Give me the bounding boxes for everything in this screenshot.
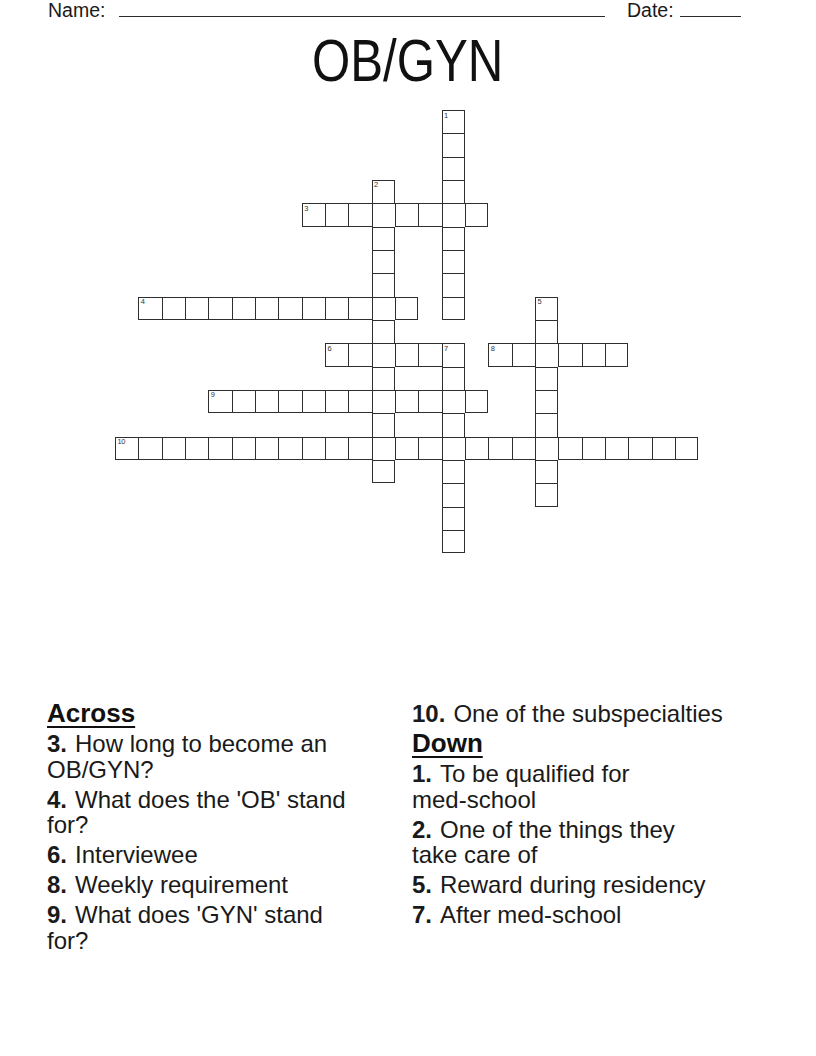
cell-r14c21[interactable] <box>605 437 628 460</box>
cell-r12c10[interactable] <box>348 390 371 413</box>
cell-r8c7[interactable] <box>278 297 301 320</box>
clue-number: 9. <box>47 901 67 928</box>
clue-text: To be qualified for med-school <box>412 760 629 813</box>
cell-r10c20[interactable] <box>582 343 605 366</box>
cell-r7c11[interactable] <box>372 273 395 296</box>
cell-r16c18[interactable] <box>535 483 558 506</box>
clues-left-column: Across 3.How long to become an OB/GYN?4.… <box>47 701 379 958</box>
cell-r8c11[interactable] <box>372 297 395 320</box>
cell-number: 1 <box>444 112 448 120</box>
cell-r4c12[interactable] <box>395 203 418 226</box>
cell-r14c22[interactable] <box>628 437 651 460</box>
cell-r13c14[interactable] <box>442 413 465 436</box>
title-wrap: OB/GYN <box>0 29 816 93</box>
cell-r12c14[interactable] <box>442 390 465 413</box>
cell-r6c11[interactable] <box>372 250 395 273</box>
cell-r3c14[interactable] <box>442 180 465 203</box>
cell-r16c14[interactable] <box>442 483 465 506</box>
cell-r5c11[interactable] <box>372 227 395 250</box>
cell-r8c4[interactable] <box>208 297 231 320</box>
cell-r8c1[interactable]: 4 <box>138 297 161 320</box>
clue-across-4: 4.What does the 'OB' stand for? <box>47 787 379 838</box>
clue-text: What does the 'OB' stand for? <box>47 786 346 839</box>
cell-r8c14[interactable] <box>442 297 465 320</box>
cell-r5c14[interactable] <box>442 227 465 250</box>
cell-r14c19[interactable] <box>558 437 581 460</box>
clue-down-2: 2.One of the things they take care of <box>412 817 776 868</box>
cell-r10c11[interactable] <box>372 343 395 366</box>
cell-r14c20[interactable] <box>582 437 605 460</box>
cell-r9c11[interactable] <box>372 320 395 343</box>
cell-r10c14[interactable]: 7 <box>442 343 465 366</box>
cell-r13c11[interactable] <box>372 413 395 436</box>
cell-r10c12[interactable] <box>395 343 418 366</box>
cell-r10c13[interactable] <box>418 343 441 366</box>
cell-r14c3[interactable] <box>185 437 208 460</box>
crossword-grid: 12345678910 <box>115 110 698 553</box>
cell-r15c14[interactable] <box>442 460 465 483</box>
cell-r12c6[interactable] <box>255 390 278 413</box>
cell-r8c2[interactable] <box>162 297 185 320</box>
cell-number: 2 <box>374 181 378 189</box>
cell-number: 8 <box>491 345 495 353</box>
name-label: Name: <box>48 1 105 20</box>
clue-across-9: 9.What does 'GYN' stand for? <box>47 902 379 953</box>
cell-r12c9[interactable] <box>325 390 348 413</box>
cell-number: 5 <box>537 298 541 306</box>
clue-across-10: 10.One of the subspecialties <box>412 701 776 727</box>
cell-r4c11[interactable] <box>372 203 395 226</box>
across-clue-overflow: 10.One of the subspecialties <box>412 701 776 727</box>
cell-r9c18[interactable] <box>535 320 558 343</box>
cell-r12c18[interactable] <box>535 390 558 413</box>
cell-r14c8[interactable] <box>302 437 325 460</box>
cell-r2c14[interactable] <box>442 157 465 180</box>
cell-r14c5[interactable] <box>232 437 255 460</box>
cell-r8c18[interactable]: 5 <box>535 297 558 320</box>
cell-r14c9[interactable] <box>325 437 348 460</box>
cell-r14c15[interactable] <box>465 437 488 460</box>
clue-down-5: 5.Reward during residency <box>412 872 776 898</box>
clue-number: 8. <box>47 871 67 898</box>
cell-r4c14[interactable] <box>442 203 465 226</box>
cell-r10c21[interactable] <box>605 343 628 366</box>
cell-r14c24[interactable] <box>675 437 698 460</box>
cell-r12c5[interactable] <box>232 390 255 413</box>
clue-down-7: 7.After med-school <box>412 902 776 928</box>
cell-r12c15[interactable] <box>465 390 488 413</box>
down-heading: Down <box>412 731 776 757</box>
cell-r1c14[interactable] <box>442 133 465 156</box>
cell-r8c9[interactable] <box>325 297 348 320</box>
clue-text: How long to become an OB/GYN? <box>47 730 327 783</box>
cell-r6c14[interactable] <box>442 250 465 273</box>
cell-r8c5[interactable] <box>232 297 255 320</box>
clue-number: 4. <box>47 786 67 813</box>
cell-r8c10[interactable] <box>348 297 371 320</box>
date-blank-line[interactable] <box>680 16 741 18</box>
cell-r12c12[interactable] <box>395 390 418 413</box>
cell-r10c19[interactable] <box>558 343 581 366</box>
clue-text: Interviewee <box>75 841 198 868</box>
cell-r0c14[interactable]: 1 <box>442 110 465 133</box>
cell-r14c14[interactable] <box>442 437 465 460</box>
cell-r14c11[interactable] <box>372 437 395 460</box>
cell-r8c6[interactable] <box>255 297 278 320</box>
cell-r11c11[interactable] <box>372 367 395 390</box>
cell-r8c12[interactable] <box>395 297 418 320</box>
clue-text: Reward during residency <box>440 871 705 898</box>
page-title: OB/GYN <box>312 29 503 93</box>
clue-text: Weekly requirement <box>75 871 288 898</box>
cell-r10c10[interactable] <box>348 343 371 366</box>
clue-number: 7. <box>412 901 432 928</box>
cell-r18c14[interactable] <box>442 530 465 553</box>
clue-text: What does 'GYN' stand for? <box>47 901 323 954</box>
cell-r14c1[interactable] <box>138 437 161 460</box>
cell-number: 9 <box>211 391 215 399</box>
clue-text: One of the things they take care of <box>412 816 675 869</box>
cell-r10c18[interactable] <box>535 343 558 366</box>
cell-r12c7[interactable] <box>278 390 301 413</box>
down-clue-list: 1.To be qualified for med-school2.One of… <box>412 761 776 928</box>
cell-r4c8[interactable]: 3 <box>302 203 325 226</box>
cell-r14c13[interactable] <box>418 437 441 460</box>
cell-r4c13[interactable] <box>418 203 441 226</box>
clue-text: One of the subspecialties <box>453 700 723 727</box>
cell-r11c18[interactable] <box>535 367 558 390</box>
name-blank-line[interactable] <box>119 16 605 18</box>
cell-r14c0[interactable]: 10 <box>115 437 138 460</box>
cell-r12c8[interactable] <box>302 390 325 413</box>
clue-across-6: 6.Interviewee <box>47 842 379 868</box>
cell-number: 7 <box>444 345 448 353</box>
cell-r15c11[interactable] <box>372 460 395 483</box>
cell-r8c3[interactable] <box>185 297 208 320</box>
cell-r4c10[interactable] <box>348 203 371 226</box>
cell-r4c9[interactable] <box>325 203 348 226</box>
clue-across-8: 8.Weekly requirement <box>47 872 379 898</box>
cell-r14c16[interactable] <box>488 437 511 460</box>
cell-r11c14[interactable] <box>442 367 465 390</box>
cell-r8c8[interactable] <box>302 297 325 320</box>
across-heading: Across <box>47 701 379 727</box>
cell-number: 4 <box>141 298 145 306</box>
across-clue-list: 3.How long to become an OB/GYN?4.What do… <box>47 731 379 953</box>
cell-r4c15[interactable] <box>465 203 488 226</box>
clue-number: 1. <box>412 760 432 787</box>
cell-r14c4[interactable] <box>208 437 231 460</box>
cell-r14c10[interactable] <box>348 437 371 460</box>
cell-r12c13[interactable] <box>418 390 441 413</box>
clue-down-1: 1.To be qualified for med-school <box>412 761 776 812</box>
cell-number: 3 <box>304 205 308 213</box>
cell-r10c9[interactable]: 6 <box>325 343 348 366</box>
cell-r14c18[interactable] <box>535 437 558 460</box>
cell-r13c18[interactable] <box>535 413 558 436</box>
cell-r14c17[interactable] <box>512 437 535 460</box>
clue-number: 3. <box>47 730 67 757</box>
cell-r3c11[interactable]: 2 <box>372 180 395 203</box>
cell-number: 10 <box>118 438 126 446</box>
cell-r12c11[interactable] <box>372 390 395 413</box>
cell-r10c17[interactable] <box>512 343 535 366</box>
clue-number: 6. <box>47 841 67 868</box>
worksheet-page: Name: Date: OB/GYN 12345678910 Across 3.… <box>0 0 816 1056</box>
cell-r15c18[interactable] <box>535 460 558 483</box>
date-label: Date: <box>627 1 674 20</box>
cell-r17c14[interactable] <box>442 507 465 530</box>
cell-number: 6 <box>327 345 331 353</box>
clue-across-3: 3.How long to become an OB/GYN? <box>47 731 379 782</box>
cell-r10c16[interactable]: 8 <box>488 343 511 366</box>
cell-r14c7[interactable] <box>278 437 301 460</box>
clues-right-column: 10.One of the subspecialties Down 1.To b… <box>412 701 776 932</box>
cell-r7c14[interactable] <box>442 273 465 296</box>
cell-r14c2[interactable] <box>162 437 185 460</box>
clue-number: 10. <box>412 700 445 727</box>
cell-r14c6[interactable] <box>255 437 278 460</box>
cell-r12c4[interactable]: 9 <box>208 390 231 413</box>
clue-number: 5. <box>412 871 432 898</box>
clue-text: After med-school <box>440 901 621 928</box>
cell-r14c12[interactable] <box>395 437 418 460</box>
cell-r14c23[interactable] <box>652 437 675 460</box>
clue-number: 2. <box>412 816 432 843</box>
